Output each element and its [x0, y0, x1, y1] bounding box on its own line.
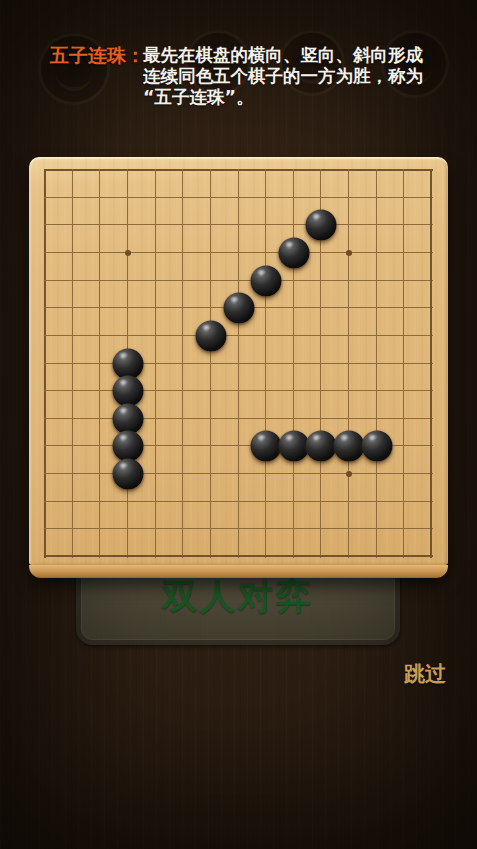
board-grid[interactable]	[44, 169, 433, 558]
skip-button[interactable]: 跳过	[404, 660, 446, 688]
grid-line-horizontal	[44, 501, 433, 502]
grid-line-vertical	[430, 169, 432, 558]
gomoku-tutorial-screen: 五子连珠： 最先在棋盘的横向、竖向、斜向形成 连续同色五个棋子的一方为胜，称为 …	[0, 0, 477, 849]
black-stone	[306, 431, 337, 462]
star-point	[125, 250, 131, 256]
black-stone	[362, 431, 393, 462]
black-stone	[334, 431, 365, 462]
tutorial-line-2: 连续同色五个棋子的一方为胜，称为	[143, 66, 463, 87]
black-stone	[224, 293, 255, 324]
grid-line-horizontal	[44, 555, 433, 557]
tutorial-line-3: “五子连珠”。	[143, 87, 463, 108]
board-face	[29, 157, 448, 565]
black-stone	[251, 266, 282, 297]
grid-line-vertical	[403, 169, 404, 558]
black-stone	[279, 238, 310, 269]
black-stone	[306, 210, 337, 241]
star-point	[346, 250, 352, 256]
grid-line-horizontal	[44, 390, 433, 391]
grid-line-horizontal	[44, 363, 433, 364]
grid-line-horizontal	[44, 418, 433, 419]
tutorial-description: 最先在棋盘的横向、竖向、斜向形成 连续同色五个棋子的一方为胜，称为 “五子连珠”…	[143, 45, 463, 108]
grid-line-horizontal	[44, 528, 433, 529]
black-stone	[113, 376, 144, 407]
grid-line-vertical	[376, 169, 377, 558]
black-stone	[251, 431, 282, 462]
tutorial-title: 五子连珠：	[50, 45, 145, 66]
grid-line-horizontal	[44, 473, 433, 474]
board-bottom-edge	[29, 565, 448, 578]
black-stone	[113, 431, 144, 462]
black-stone	[113, 459, 144, 490]
tutorial-line-1: 最先在棋盘的横向、竖向、斜向形成	[143, 45, 463, 66]
gomoku-board[interactable]	[29, 157, 448, 578]
two-player-match-button-label: 双人对弈	[76, 573, 400, 620]
black-stone	[196, 321, 227, 352]
star-point	[346, 471, 352, 477]
grid-line-vertical	[348, 169, 349, 558]
grid-line-vertical	[265, 169, 266, 558]
grid-line-vertical	[293, 169, 294, 558]
